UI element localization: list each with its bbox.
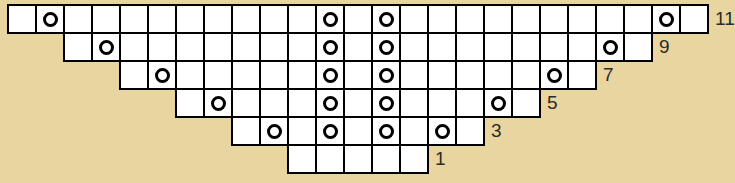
chart-cell [203,60,233,90]
yarn-over-icon [379,12,394,27]
chart-row: 7 [119,60,614,90]
chart-cell [399,144,429,174]
chart-cell [147,32,177,62]
chart-cell [427,4,457,34]
yarn-over-cell [203,88,233,118]
yarn-over-cell [315,60,345,90]
yarn-over-cell [91,32,121,62]
chart-cell [343,32,373,62]
yarn-over-icon [323,124,338,139]
yarn-over-cell [315,4,345,34]
yarn-over-cell [371,4,401,34]
chart-cell [119,60,149,90]
yarn-over-icon [323,40,338,55]
chart-cell [175,60,205,90]
chart-cell [175,88,205,118]
chart-row: 11 [7,4,735,34]
chart-cell [203,4,233,34]
yarn-over-icon [323,68,338,83]
chart-cell [427,32,457,62]
chart-row: 9 [63,32,670,62]
yarn-over-cell [371,116,401,146]
yarn-over-icon [491,96,506,111]
yarn-over-icon [155,68,170,83]
chart-cell [63,32,93,62]
chart-cell [399,4,429,34]
yarn-over-cell [35,4,65,34]
yarn-over-icon [267,124,282,139]
chart-cell [7,4,37,34]
chart-cell [567,4,597,34]
yarn-over-icon [603,40,618,55]
chart-cell [371,144,401,174]
chart-cell [511,88,541,118]
chart-cell [175,32,205,62]
yarn-over-icon [323,96,338,111]
chart-cell [287,32,317,62]
yarn-over-cell [371,88,401,118]
yarn-over-icon [435,124,450,139]
chart-cell [567,60,597,90]
yarn-over-cell [147,60,177,90]
chart-cell [483,4,513,34]
chart-cell [91,4,121,34]
chart-cell [455,32,485,62]
chart-cell [483,60,513,90]
yarn-over-cell [539,60,569,90]
yarn-over-cell [427,116,457,146]
chart-cell [539,32,569,62]
chart-cell [119,32,149,62]
yarn-over-cell [595,32,625,62]
chart-cell [483,32,513,62]
chart-cell [287,116,317,146]
chart-cell [315,144,345,174]
yarn-over-cell [651,4,681,34]
yarn-over-icon [379,40,394,55]
row-number-label: 5 [547,88,558,118]
chart-cell [287,4,317,34]
chart-cell [679,4,709,34]
yarn-over-icon [379,124,394,139]
chart-cell [399,116,429,146]
chart-cell [259,88,289,118]
chart-cell [595,4,625,34]
chart-cell [231,60,261,90]
chart-cell [511,32,541,62]
chart-cell [539,4,569,34]
chart-row: 1 [287,144,446,174]
chart-cell [259,60,289,90]
chart-cell [231,32,261,62]
yarn-over-icon [379,68,394,83]
row-number-label: 1 [435,144,446,174]
chart-cell [343,88,373,118]
chart-cell [427,88,457,118]
chart-cell [175,4,205,34]
chart-cell [259,4,289,34]
chart-cell [147,4,177,34]
chart-cell [287,60,317,90]
chart-cell [511,60,541,90]
row-number-label: 11 [715,4,735,34]
chart-cell [203,32,233,62]
row-number-label: 7 [603,60,614,90]
yarn-over-cell [371,32,401,62]
chart-cell [343,4,373,34]
chart-cell [343,60,373,90]
yarn-over-icon [547,68,562,83]
chart-cell [259,32,289,62]
chart-cell [231,88,261,118]
chart-cell [455,60,485,90]
chart-row: 5 [175,88,558,118]
yarn-over-icon [211,96,226,111]
yarn-over-cell [315,88,345,118]
chart-cell [343,116,373,146]
yarn-over-icon [43,12,58,27]
chart-cell [567,32,597,62]
chart-cell [343,144,373,174]
chart-cell [119,4,149,34]
yarn-over-icon [659,12,674,27]
yarn-over-cell [315,116,345,146]
row-number-label: 3 [491,116,502,146]
chart-cell [231,116,261,146]
chart-cell [623,32,653,62]
chart-row: 3 [231,116,502,146]
yarn-over-cell [315,32,345,62]
chart-cell [287,88,317,118]
chart-cell [511,4,541,34]
yarn-over-icon [99,40,114,55]
chart-cell [427,60,457,90]
lace-chart: 1197531 [0,0,735,183]
chart-cell [231,4,261,34]
chart-cell [455,4,485,34]
chart-cell [63,4,93,34]
chart-cell [455,88,485,118]
yarn-over-icon [379,96,394,111]
chart-cell [623,4,653,34]
yarn-over-icon [323,12,338,27]
chart-cell [399,32,429,62]
chart-cell [455,116,485,146]
yarn-over-cell [371,60,401,90]
yarn-over-cell [259,116,289,146]
row-number-label: 9 [659,32,670,62]
yarn-over-cell [483,88,513,118]
chart-cell [399,88,429,118]
chart-cell [399,60,429,90]
chart-cell [287,144,317,174]
